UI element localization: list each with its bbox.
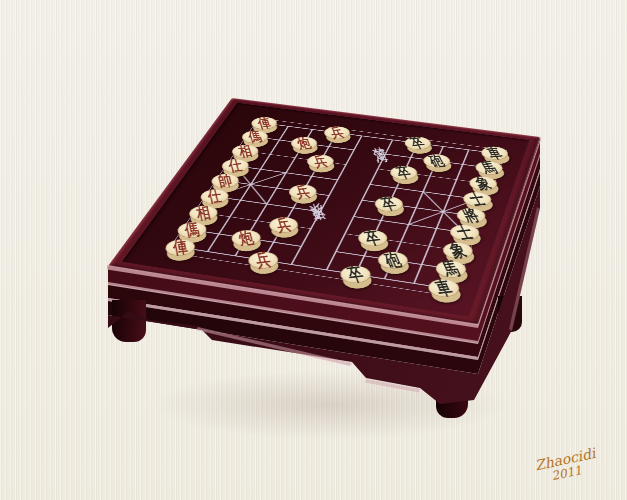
piece-red-elephant[interactable]: 相 — [185, 204, 221, 222]
piece-black-soldier[interactable]: 卒 — [388, 164, 420, 181]
piece-character: 將 — [460, 207, 481, 224]
piece-character: 卒 — [379, 196, 399, 213]
piece-character: 車 — [485, 146, 505, 161]
piece-character: 相 — [195, 204, 212, 221]
piece-black-horse[interactable]: 馬 — [433, 259, 468, 280]
piece-black-elephant[interactable]: 象 — [440, 241, 475, 261]
piece-character: 兵 — [254, 251, 273, 270]
piece-character: 仕 — [206, 188, 223, 204]
piece-character: 馬 — [479, 160, 500, 175]
piece-black-soldier[interactable]: 卒 — [402, 135, 433, 151]
piece-red-elephant[interactable]: 相 — [229, 143, 262, 159]
piece-character: 砲 — [427, 154, 447, 169]
piece-black-general[interactable]: 將 — [454, 206, 487, 224]
piece-red-horse[interactable]: 傌 — [174, 220, 211, 239]
piece-black-soldier[interactable]: 卒 — [337, 264, 374, 285]
piece-character: 傌 — [184, 221, 201, 239]
piece-character: 士 — [454, 224, 476, 242]
piece-red-general[interactable]: 帥 — [208, 172, 243, 189]
piece-character: 卒 — [408, 136, 427, 150]
piece-black-soldier[interactable]: 卒 — [355, 228, 390, 247]
piece-black-advisor[interactable]: 士 — [448, 223, 482, 242]
piece-red-soldier[interactable]: 兵 — [304, 153, 337, 169]
piece-character: 俥 — [172, 238, 189, 256]
table-leg-left — [112, 300, 146, 342]
piece-character: 兵 — [312, 154, 330, 169]
piece-character: 炮 — [295, 136, 312, 150]
piece-red-horse[interactable]: 傌 — [239, 129, 272, 144]
artist-signature: Zhaocidi 2011 — [534, 446, 600, 487]
piece-character: 兵 — [328, 126, 345, 140]
piece-character: 象 — [473, 175, 494, 191]
piece-character: 帥 — [217, 173, 234, 189]
piece-red-cannon[interactable]: 炮 — [228, 228, 265, 247]
piece-character: 仕 — [227, 158, 244, 173]
piece-red-cannon[interactable]: 炮 — [288, 136, 320, 152]
piece-red-rook[interactable]: 俥 — [161, 238, 199, 258]
piece-character: 砲 — [382, 251, 403, 270]
piece-red-soldier[interactable]: 兵 — [244, 250, 281, 270]
piece-black-rook[interactable]: 車 — [425, 277, 461, 299]
piece-black-cannon[interactable]: 砲 — [421, 153, 453, 169]
piece-red-soldier[interactable]: 兵 — [286, 183, 320, 200]
painting-canvas: 楚河 漢界 俥兵卒車傌炮砲馬相兵卒象仕士帥兵卒將仕士相兵卒象傌炮砲馬俥兵卒車 Z… — [0, 0, 627, 500]
piece-character: 炮 — [237, 229, 255, 247]
piece-red-soldier[interactable]: 兵 — [266, 215, 302, 234]
piece-character: 相 — [237, 144, 253, 159]
piece-black-cannon[interactable]: 砲 — [375, 250, 411, 270]
piece-character: 兵 — [275, 216, 294, 233]
piece-character: 象 — [447, 241, 469, 259]
piece-character: 卒 — [394, 165, 413, 180]
piece-black-rook[interactable]: 車 — [479, 145, 510, 161]
piece-character: 卒 — [363, 229, 383, 247]
piece-black-soldier[interactable]: 卒 — [372, 195, 406, 213]
piece-red-advisor[interactable]: 仕 — [218, 158, 252, 174]
piece-black-advisor[interactable]: 士 — [461, 190, 494, 208]
piece-character: 傌 — [247, 130, 263, 144]
piece-character: 馬 — [440, 259, 462, 278]
piece-character: 兵 — [294, 184, 312, 200]
piece-red-soldier[interactable]: 兵 — [321, 125, 353, 140]
piece-character: 卒 — [345, 265, 366, 284]
piece-black-elephant[interactable]: 象 — [467, 175, 499, 192]
piece-character: 車 — [433, 278, 456, 298]
piece-black-horse[interactable]: 馬 — [473, 160, 504, 177]
piece-character: 士 — [467, 191, 488, 207]
piece-red-advisor[interactable]: 仕 — [197, 188, 232, 206]
